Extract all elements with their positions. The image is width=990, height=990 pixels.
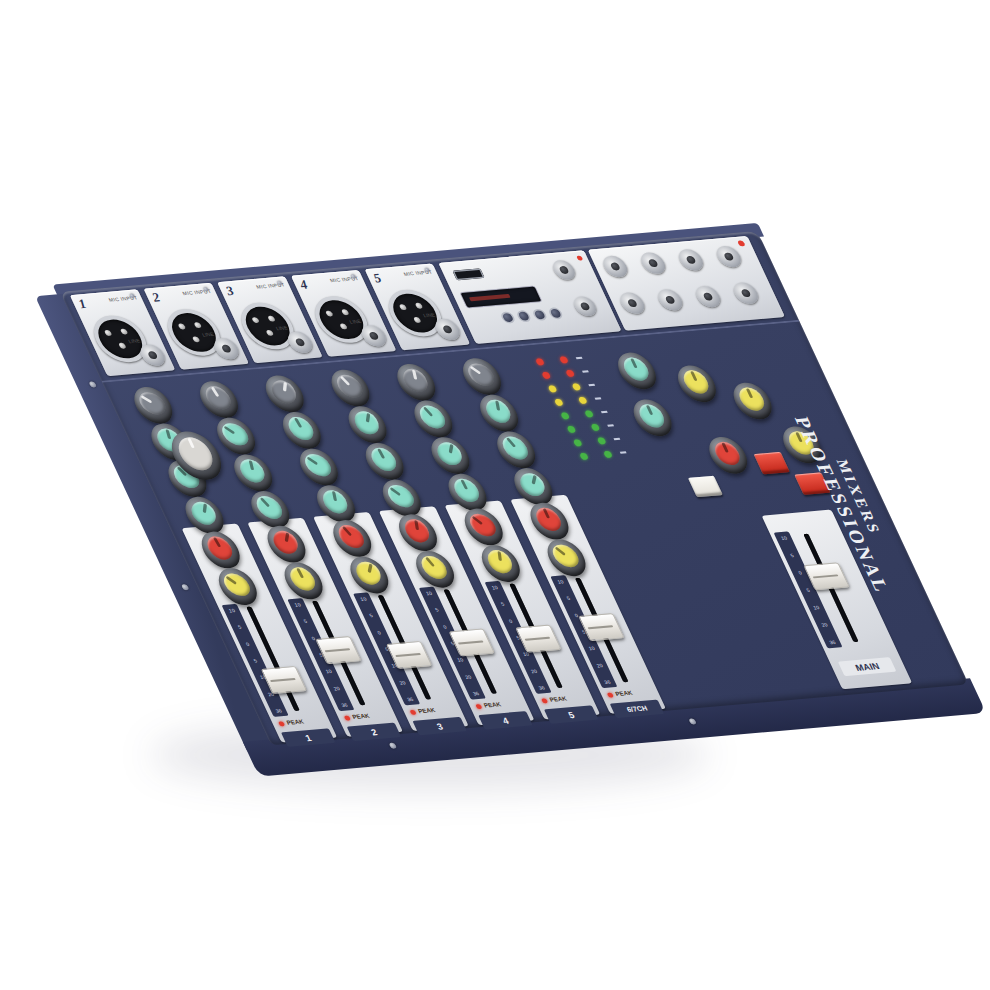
meter-led — [554, 399, 564, 406]
quarter-inch-jack — [637, 252, 669, 275]
meter-tick — [601, 411, 608, 413]
peak-led — [343, 715, 350, 720]
peak-label: PEAK — [285, 719, 304, 726]
mixer-top-panel: 1MIC INPUTLINE2MIC INPUTLINE3MIC INPUTLI… — [60, 231, 969, 745]
gain-knob[interactable] — [325, 368, 376, 408]
meter-led — [560, 412, 570, 419]
product-photo-scene: 1MIC INPUTLINE2MIC INPUTLINE3MIC INPUTLI… — [0, 0, 990, 990]
peak-indicator: PEAK — [475, 701, 502, 709]
gain-knob[interactable] — [391, 362, 442, 402]
fx-level-knob[interactable] — [671, 364, 722, 404]
knob-cap — [464, 359, 498, 390]
fader-scale-tick: 5 — [805, 587, 810, 593]
eq-high-knob[interactable] — [276, 411, 327, 451]
quarter-inch-jack — [692, 285, 724, 308]
meter-tick — [576, 357, 583, 359]
peak-indicator: PEAK — [278, 719, 305, 727]
main-label: MAIN — [838, 657, 897, 676]
peak-label: PEAK — [614, 690, 633, 697]
meter-led — [603, 451, 613, 458]
fader-scale-tick: 36 — [340, 702, 348, 708]
eq-mid-knob[interactable] — [359, 442, 410, 482]
line-input-label: LINE — [348, 318, 362, 325]
xlr-pin — [325, 310, 334, 316]
player-button[interactable] — [533, 310, 546, 319]
meter-tick — [613, 438, 620, 440]
xlr-pin — [399, 304, 408, 310]
eq-mid-knob[interactable] — [228, 453, 279, 493]
meter-tick — [620, 451, 627, 453]
mp3-display — [461, 287, 541, 308]
fader-scale-tick: 5 — [500, 601, 505, 607]
usb-level-knob[interactable] — [727, 381, 778, 421]
xlr-pin — [118, 343, 127, 349]
line-input-label: LINE — [275, 324, 289, 331]
knob-cap — [532, 507, 565, 532]
meter-led — [597, 437, 607, 444]
knob-cap — [136, 388, 169, 419]
peak-indicator: PEAK — [606, 690, 633, 698]
fader-scale-tick: 10 — [556, 578, 564, 584]
signal-led — [737, 240, 746, 246]
gain-knob[interactable] — [259, 374, 310, 414]
channel-number-label: 3 — [223, 283, 237, 299]
fader-scale-tick: 10 — [325, 668, 333, 674]
meter-led — [566, 426, 576, 433]
fader-scale-tick: 10 — [491, 584, 499, 590]
knob-cap — [272, 527, 299, 557]
player-button[interactable] — [517, 311, 530, 320]
knob-cap — [354, 558, 382, 589]
meter-led — [548, 385, 558, 392]
fader-scale-tick: 20 — [595, 662, 603, 668]
fader-scale-tick: 5 — [789, 552, 794, 558]
quarter-inch-jack — [675, 248, 707, 271]
knob-cap — [353, 408, 380, 438]
xlr-pin — [193, 322, 202, 328]
fader-scale-tick: 36 — [472, 690, 480, 696]
channel-number-label: 5 — [371, 270, 385, 286]
screw-icon — [88, 381, 97, 387]
screw-icon — [389, 743, 398, 749]
eq-mid-knob[interactable] — [293, 447, 344, 487]
eq-mid-knob[interactable] — [425, 436, 476, 476]
quarter-inch-jack — [654, 288, 686, 311]
meter-led — [578, 397, 588, 404]
xlr-pin — [267, 316, 276, 322]
channel-number-label: 1 — [76, 296, 90, 312]
pan-master-knob[interactable] — [703, 436, 754, 476]
line-input-label: LINE — [201, 331, 215, 338]
xlr-pin — [178, 323, 187, 329]
knob-cap — [436, 438, 464, 469]
knob-cap — [403, 517, 431, 544]
quarter-inch-jack — [713, 245, 745, 268]
gain-knob[interactable] — [457, 357, 508, 397]
screw-icon — [688, 718, 697, 724]
xlr-pin — [251, 317, 260, 323]
knob-cap — [401, 367, 430, 393]
meter-led — [565, 370, 575, 377]
quarter-inch-jack — [571, 296, 600, 317]
xlr-pin — [339, 323, 348, 329]
knob-cap — [252, 492, 288, 523]
meter-led — [590, 424, 600, 431]
peak-indicator: PEAK — [541, 696, 568, 704]
fader-scale-tick: 5 — [237, 624, 242, 630]
fader-scale-tick: 36 — [537, 684, 545, 690]
meter-led — [584, 410, 594, 417]
knob-cap — [271, 377, 297, 407]
peak-indicator: PEAK — [409, 707, 436, 715]
line-input-label: LINE — [127, 337, 141, 344]
fader-scale-tick: 0 — [376, 629, 381, 635]
peak-label: PEAK — [483, 701, 502, 708]
line-input-label: LINE — [422, 312, 436, 319]
quarter-inch-jack — [616, 292, 648, 315]
xlr-pin — [265, 330, 274, 336]
player-button[interactable] — [501, 313, 514, 322]
fader-scale-tick: 20 — [530, 668, 538, 674]
peak-led — [409, 709, 416, 714]
peak-indicator: PEAK — [343, 713, 370, 721]
knob-cap — [301, 449, 335, 480]
meter-tick — [588, 384, 595, 386]
quarter-inch-jack — [730, 282, 762, 305]
meter-led — [571, 383, 581, 390]
fader-scale-tick: 36 — [828, 639, 836, 645]
eq-high-knob[interactable] — [474, 393, 525, 433]
phantom-power-button[interactable] — [754, 452, 790, 475]
audio-mixer: 1MIC INPUTLINE2MIC INPUTLINE3MIC INPUTLI… — [60, 231, 969, 745]
quarter-inch-jack — [137, 344, 169, 367]
fader-scale-tick: 10 — [293, 601, 301, 607]
quarter-inch-jack — [358, 324, 390, 347]
knob-cap — [321, 489, 349, 515]
peak-label: PEAK — [548, 696, 567, 703]
xlr-pin — [104, 330, 113, 336]
peak-label: PEAK — [351, 713, 370, 720]
fader-scale-tick: 36 — [406, 696, 414, 702]
fader-scale-tick: 36 — [603, 679, 611, 685]
channel-number-label: 2 — [149, 290, 163, 306]
knob-cap — [384, 480, 418, 512]
knob-cap — [238, 458, 267, 484]
quarter-inch-jack — [599, 255, 631, 278]
fader-scale-tick: 0 — [245, 641, 250, 647]
fader-scale-tick: 0 — [442, 623, 447, 629]
meter-led — [579, 453, 589, 460]
fader-scale-tick: 5 — [303, 618, 308, 624]
knob-cap — [484, 398, 512, 425]
gain-knob[interactable] — [194, 380, 245, 420]
knob-cap — [498, 433, 534, 463]
meter-tick — [582, 370, 589, 372]
fader-scale-tick: 20 — [398, 679, 406, 685]
eq-high-knob[interactable] — [342, 405, 393, 445]
peak-led — [475, 703, 482, 708]
knob-cap — [190, 498, 217, 528]
meter-led — [573, 439, 583, 446]
knob-cap — [415, 402, 451, 432]
quarter-inch-jack — [550, 259, 579, 280]
knob-cap — [487, 548, 514, 575]
quarter-inch-jack — [284, 331, 316, 354]
quarter-inch-jack — [211, 337, 243, 360]
eq-mid-knob[interactable] — [491, 430, 542, 470]
knob-cap — [518, 469, 546, 500]
meter-tick — [607, 424, 614, 426]
xlr-pin — [413, 317, 422, 323]
fader-scale-tick: 0 — [508, 618, 513, 624]
fader-scale-tick: 5 — [566, 595, 571, 601]
player-button[interactable] — [549, 309, 562, 318]
output-jack-plate — [588, 236, 785, 331]
quarter-inch-jack — [432, 318, 464, 341]
fader-scale-tick: 10 — [780, 535, 788, 541]
xlr-pin — [120, 328, 129, 334]
fader-scale-tick: 20 — [464, 673, 472, 679]
peak-led — [541, 698, 548, 703]
knob-cap — [286, 566, 319, 592]
knob-cap — [450, 477, 483, 503]
fader-scale-tick: 5 — [252, 657, 257, 663]
tape-button[interactable] — [688, 476, 723, 498]
gain-knob[interactable] — [128, 385, 179, 425]
fader-scale-tick: 10 — [588, 645, 596, 651]
channel-number-label: 4 — [297, 277, 311, 293]
fader-scale-tick: 36 — [274, 707, 282, 713]
screw-icon — [181, 584, 190, 590]
xlr-pin — [341, 309, 350, 315]
master-eq-knob[interactable] — [627, 398, 678, 438]
peak-led — [606, 692, 613, 697]
power-led — [576, 255, 583, 260]
knob-cap — [367, 446, 401, 472]
meter-tick — [595, 397, 602, 399]
fader-scale-tick: 5 — [434, 607, 439, 613]
meter-led — [541, 372, 551, 379]
peak-label: PEAK — [417, 707, 436, 714]
fader-scale-tick: 10 — [425, 590, 433, 596]
knob-cap — [332, 371, 368, 402]
fader-scale-tick: 0 — [797, 570, 802, 576]
fader-scale-tick: 10 — [812, 604, 820, 610]
master-eq-knob[interactable] — [612, 351, 663, 391]
knob-cap — [284, 415, 318, 442]
xlr-pin — [415, 303, 424, 309]
peak-led — [278, 721, 285, 726]
fader-scale-tick: 10 — [456, 657, 464, 663]
fader-scale-tick: 20 — [332, 685, 340, 691]
meter-led — [535, 358, 545, 365]
fader-scale-tick: 10 — [228, 607, 236, 613]
usb-port — [452, 268, 484, 280]
xlr-pin — [192, 336, 201, 342]
knob-cap — [218, 419, 251, 450]
eq-high-knob[interactable] — [211, 416, 262, 456]
fader-scale-tick: 10 — [359, 596, 367, 602]
fader-scale-tick: 20 — [820, 622, 828, 628]
fader-scale-tick: 5 — [368, 612, 373, 618]
eq-high-knob[interactable] — [408, 399, 459, 439]
meter-led — [559, 356, 569, 363]
knob-cap — [201, 384, 235, 411]
